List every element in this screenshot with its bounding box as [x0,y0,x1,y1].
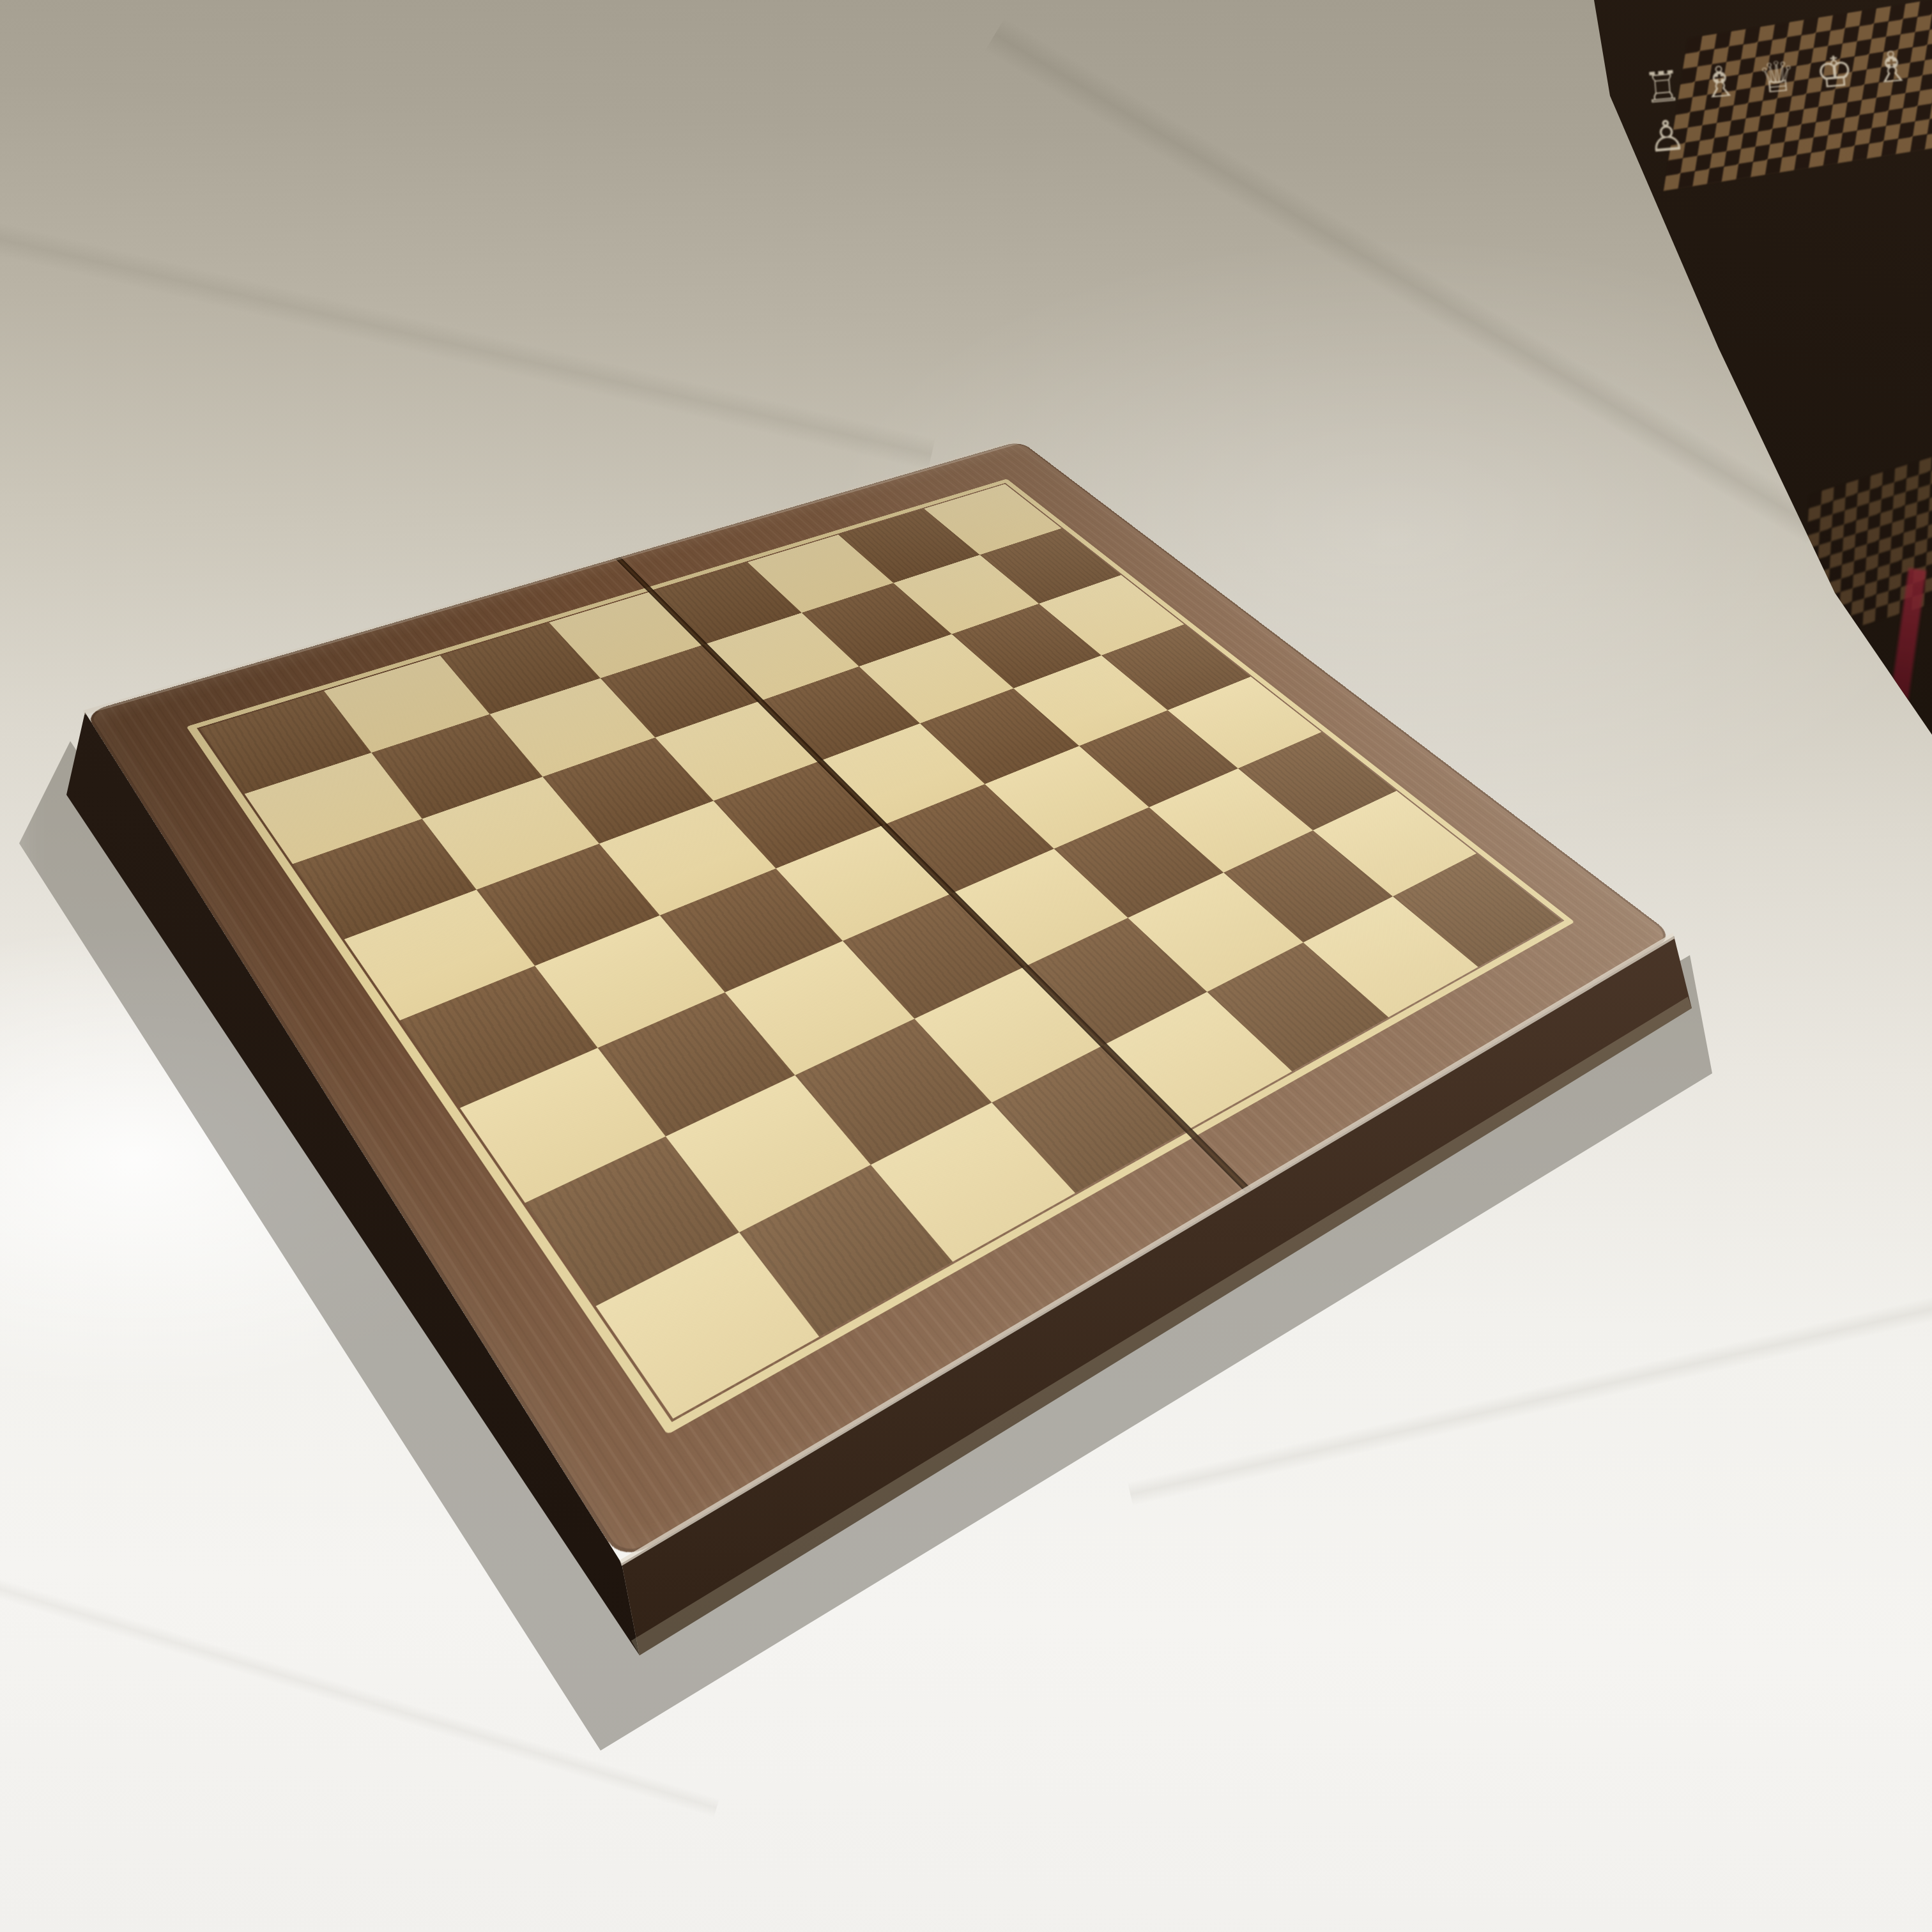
photo-scene: ♖ ♗ ♕ ♔ ♗ ♙ [0,0,1932,1932]
